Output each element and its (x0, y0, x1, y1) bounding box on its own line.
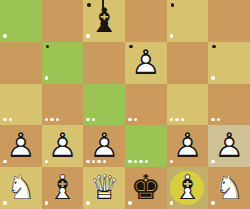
white-corner-dots (170, 160, 174, 164)
square-e1[interactable]: ♚ (125, 167, 167, 209)
chess-board: ♝♟♙♟♙♟♙♟♙♟♙♟♙♞♘♝♗♛♕♚♝♗♞♘ (0, 0, 250, 209)
square-c5[interactable] (42, 0, 84, 42)
white-corner-dots (3, 160, 7, 164)
black-corner-dot (212, 45, 216, 49)
square-g2[interactable]: ♟♙ (208, 125, 250, 167)
white-corner-dots (45, 160, 49, 164)
white-corner-dots (3, 201, 7, 205)
square-b2[interactable]: ♟♙ (0, 125, 42, 167)
white-corner-dots (170, 34, 174, 38)
white-corner-dots (128, 160, 148, 164)
white-corner-dots (128, 118, 137, 122)
square-f5[interactable] (167, 0, 209, 42)
black-corner-dot (87, 3, 91, 7)
square-f1[interactable]: ♝♗ (167, 167, 209, 209)
square-c3[interactable] (42, 84, 84, 126)
square-e5[interactable] (125, 0, 167, 42)
white-corner-dots (3, 118, 12, 122)
square-d5[interactable]: ♝ (83, 0, 125, 42)
white-corner-dots (211, 118, 220, 122)
white-corner-dots (128, 201, 132, 205)
square-d1[interactable]: ♛♕ (83, 167, 125, 209)
square-c1[interactable]: ♝♗ (42, 167, 84, 209)
square-g5[interactable] (208, 0, 250, 42)
square-d3[interactable] (83, 84, 125, 126)
white-corner-dots (211, 76, 215, 80)
white-corner-dots (211, 160, 215, 164)
square-c4[interactable] (42, 42, 84, 84)
square-b1[interactable]: ♞♘ (0, 167, 42, 209)
square-c2[interactable]: ♟♙ (42, 125, 84, 167)
black-corner-dot (129, 45, 133, 49)
white-corner-dots (45, 118, 60, 122)
black-corner-dot (171, 3, 175, 7)
square-b4[interactable] (0, 42, 42, 84)
square-d2[interactable]: ♟♙ (83, 125, 125, 167)
white-corner-dots (3, 34, 7, 38)
white-corner-dots (86, 201, 90, 205)
square-b5[interactable] (0, 0, 42, 42)
square-e3[interactable] (125, 84, 167, 126)
white-corner-dots (45, 201, 49, 205)
square-g4[interactable] (208, 42, 250, 84)
square-e2[interactable] (125, 125, 167, 167)
square-f2[interactable]: ♟♙ (167, 125, 209, 167)
white-corner-dots (170, 118, 185, 122)
white-corner-dots (211, 201, 215, 205)
white-corner-dots (86, 118, 95, 122)
white-corner-dots (86, 34, 90, 38)
square-d4[interactable] (83, 42, 125, 84)
black-corner-dot (46, 45, 50, 49)
square-g3[interactable] (208, 84, 250, 126)
white-corner-dots (86, 160, 106, 164)
square-g1[interactable]: ♞♘ (208, 167, 250, 209)
white-corner-dots (45, 76, 49, 80)
square-e4[interactable]: ♟♙ (125, 42, 167, 84)
white-pawn-piece[interactable]: ♟♙ (125, 42, 167, 84)
square-f4[interactable] (167, 42, 209, 84)
white-corner-dots (170, 201, 174, 205)
square-b3[interactable] (0, 84, 42, 126)
square-f3[interactable] (167, 84, 209, 126)
